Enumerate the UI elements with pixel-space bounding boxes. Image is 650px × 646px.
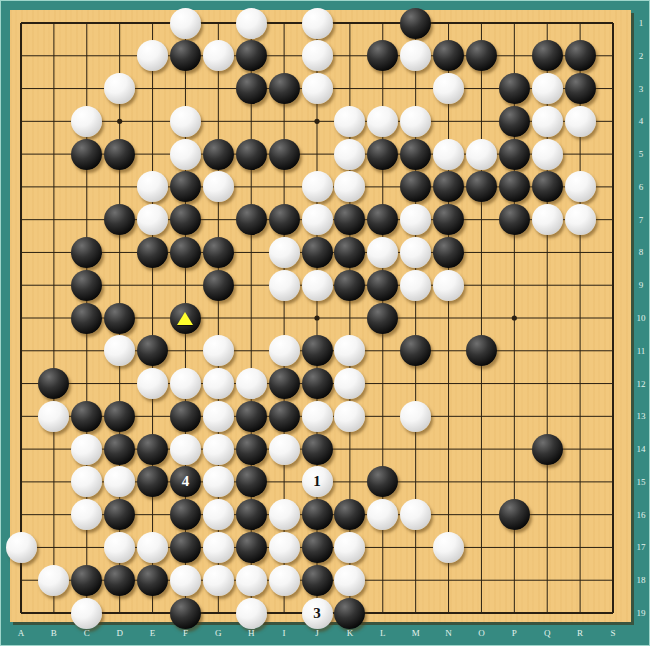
stone-white[interactable]: [532, 139, 563, 170]
stone-black[interactable]: [499, 106, 530, 137]
stone-white[interactable]: [203, 434, 234, 465]
stone-black[interactable]: [170, 40, 201, 71]
stone-black[interactable]: [302, 434, 333, 465]
col-label-D: D: [116, 629, 123, 638]
stone-black[interactable]: [269, 73, 300, 104]
stone-white[interactable]: [302, 73, 333, 104]
stone-white[interactable]: 3: [302, 598, 333, 629]
row-label-15: 15: [637, 477, 646, 486]
stone-white[interactable]: [565, 106, 596, 137]
stone-black[interactable]: [236, 434, 267, 465]
stone-black[interactable]: [302, 499, 333, 530]
stone-black[interactable]: [71, 401, 102, 432]
stone-black[interactable]: [499, 139, 530, 170]
stone-black[interactable]: [203, 237, 234, 268]
stone-white[interactable]: [203, 499, 234, 530]
col-label-C: C: [84, 629, 90, 638]
move-3-label: 3: [313, 606, 321, 621]
stone-black[interactable]: [302, 335, 333, 366]
stone-black[interactable]: [367, 139, 398, 170]
row-label-12: 12: [637, 379, 646, 388]
stone-white[interactable]: [565, 171, 596, 202]
row-label-11: 11: [637, 346, 646, 355]
stone-white[interactable]: [203, 401, 234, 432]
stone-black[interactable]: [104, 434, 135, 465]
stone-white[interactable]: [269, 270, 300, 301]
stone-black[interactable]: [565, 40, 596, 71]
stone-white[interactable]: [367, 106, 398, 137]
stone-white[interactable]: [302, 8, 333, 39]
stone-white[interactable]: [137, 532, 168, 563]
col-label-H: H: [248, 629, 255, 638]
stone-black[interactable]: [532, 171, 563, 202]
stone-white[interactable]: [433, 270, 464, 301]
col-label-F: F: [183, 629, 188, 638]
row-label-8: 8: [639, 248, 644, 257]
row-label-3: 3: [639, 84, 644, 93]
col-label-P: P: [512, 629, 517, 638]
stone-black[interactable]: [269, 401, 300, 432]
row-label-14: 14: [637, 445, 646, 454]
stone-black[interactable]: [236, 532, 267, 563]
row-label-13: 13: [637, 412, 646, 421]
stone-black[interactable]: [137, 565, 168, 596]
row-label-10: 10: [637, 314, 646, 323]
stone-black[interactable]: [302, 237, 333, 268]
stone-white[interactable]: [137, 368, 168, 399]
col-label-O: O: [478, 629, 485, 638]
stone-black[interactable]: [170, 598, 201, 629]
stone-white[interactable]: [203, 335, 234, 366]
col-label-B: B: [51, 629, 57, 638]
stone-white[interactable]: [334, 401, 365, 432]
stone-black[interactable]: [334, 598, 365, 629]
col-label-G: G: [215, 629, 222, 638]
stone-black[interactable]: [104, 303, 135, 334]
col-label-L: L: [380, 629, 386, 638]
stone-white[interactable]: [170, 106, 201, 137]
stone-white[interactable]: [269, 565, 300, 596]
col-label-M: M: [412, 629, 420, 638]
stone-black[interactable]: [170, 532, 201, 563]
stone-white[interactable]: [104, 73, 135, 104]
stone-white[interactable]: [400, 106, 431, 137]
col-label-E: E: [150, 629, 156, 638]
stone-black[interactable]: [532, 434, 563, 465]
stone-black[interactable]: [170, 401, 201, 432]
stone-white[interactable]: [71, 434, 102, 465]
col-label-A: A: [18, 629, 25, 638]
stone-white[interactable]: [269, 237, 300, 268]
stone-white[interactable]: [170, 434, 201, 465]
stone-black[interactable]: [236, 401, 267, 432]
stone-black[interactable]: [170, 499, 201, 530]
stone-black[interactable]: [400, 139, 431, 170]
stone-white[interactable]: [466, 139, 497, 170]
stone-white[interactable]: [302, 401, 333, 432]
row-label-16: 16: [637, 510, 646, 519]
stone-black[interactable]: [71, 303, 102, 334]
stone-white[interactable]: [400, 401, 431, 432]
stone-black[interactable]: [203, 139, 234, 170]
stone-black[interactable]: [532, 40, 563, 71]
stone-black[interactable]: [203, 270, 234, 301]
stone-white[interactable]: [367, 237, 398, 268]
stone-black[interactable]: [367, 303, 398, 334]
stone-black[interactable]: [170, 204, 201, 235]
move-1-label: 1: [313, 474, 321, 489]
move-4-label: 4: [182, 474, 190, 489]
stone-black[interactable]: [71, 237, 102, 268]
stone-white[interactable]: [532, 106, 563, 137]
stone-white[interactable]: [302, 40, 333, 71]
stone-white[interactable]: [203, 565, 234, 596]
stone-black[interactable]: [236, 466, 267, 497]
stone-white[interactable]: [334, 139, 365, 170]
stone-black[interactable]: [499, 73, 530, 104]
stone-white[interactable]: 1: [302, 466, 333, 497]
stone-white[interactable]: [236, 565, 267, 596]
stone-black[interactable]: [466, 335, 497, 366]
stone-white[interactable]: [203, 171, 234, 202]
stone-white[interactable]: [236, 598, 267, 629]
col-label-I: I: [283, 629, 286, 638]
row-label-4: 4: [639, 117, 644, 126]
stone-white[interactable]: [302, 204, 333, 235]
stone-white[interactable]: [269, 499, 300, 530]
stone-black[interactable]: [269, 139, 300, 170]
stone-black[interactable]: [104, 139, 135, 170]
stone-white[interactable]: [302, 270, 333, 301]
stone-white[interactable]: [400, 237, 431, 268]
stone-black[interactable]: [302, 368, 333, 399]
row-label-5: 5: [639, 150, 644, 159]
stone-white[interactable]: [532, 204, 563, 235]
col-label-Q: Q: [544, 629, 551, 638]
stone-white[interactable]: [269, 532, 300, 563]
col-label-J: J: [315, 629, 319, 638]
stone-black[interactable]: [334, 270, 365, 301]
stone-white[interactable]: [71, 106, 102, 137]
stone-white[interactable]: [203, 40, 234, 71]
stone-white[interactable]: [71, 598, 102, 629]
stone-black[interactable]: [400, 8, 431, 39]
stone-black[interactable]: [104, 565, 135, 596]
col-label-R: R: [577, 629, 583, 638]
go-app-frame: 413 ABCDEFGHIJKLMNOPQRS12345678910111213…: [0, 0, 650, 646]
stone-black[interactable]: [433, 237, 464, 268]
row-label-9: 9: [639, 281, 644, 290]
stone-white[interactable]: [38, 401, 69, 432]
stone-white[interactable]: [433, 73, 464, 104]
stone-white[interactable]: [170, 8, 201, 39]
stone-white[interactable]: [400, 270, 431, 301]
stone-white[interactable]: [203, 532, 234, 563]
stone-white[interactable]: [236, 8, 267, 39]
stone-black[interactable]: [236, 139, 267, 170]
stone-white[interactable]: [433, 139, 464, 170]
col-label-S: S: [610, 629, 615, 638]
row-label-18: 18: [637, 576, 646, 585]
stone-white[interactable]: [565, 204, 596, 235]
row-label-2: 2: [639, 51, 644, 60]
stone-black[interactable]: [71, 565, 102, 596]
stone-white[interactable]: [170, 368, 201, 399]
stone-white[interactable]: [104, 532, 135, 563]
stone-black[interactable]: [433, 204, 464, 235]
col-label-N: N: [445, 629, 452, 638]
go-board[interactable]: 413: [10, 10, 631, 622]
stone-black[interactable]: [302, 532, 333, 563]
row-label-6: 6: [639, 182, 644, 191]
row-label-7: 7: [639, 215, 644, 224]
stone-black[interactable]: [565, 73, 596, 104]
stone-white[interactable]: [38, 565, 69, 596]
stone-black[interactable]: [71, 139, 102, 170]
row-label-19: 19: [637, 609, 646, 618]
stone-black[interactable]: [170, 237, 201, 268]
stone-white[interactable]: [532, 73, 563, 104]
stone-black[interactable]: [499, 499, 530, 530]
stone-black[interactable]: [104, 401, 135, 432]
col-label-K: K: [347, 629, 354, 638]
triangle-marker: [177, 312, 193, 325]
stone-black[interactable]: [137, 434, 168, 465]
stone-black[interactable]: [302, 565, 333, 596]
stone-black[interactable]: [170, 303, 201, 334]
stone-black[interactable]: [269, 368, 300, 399]
stone-black[interactable]: [236, 499, 267, 530]
stone-black[interactable]: [367, 270, 398, 301]
stone-white[interactable]: [302, 171, 333, 202]
stone-black[interactable]: [499, 171, 530, 202]
stone-white[interactable]: [269, 434, 300, 465]
stone-black[interactable]: [71, 270, 102, 301]
stone-white[interactable]: [170, 565, 201, 596]
row-label-17: 17: [637, 543, 646, 552]
stone-white[interactable]: [236, 368, 267, 399]
stone-white[interactable]: [203, 368, 234, 399]
stone-white[interactable]: [433, 532, 464, 563]
stone-black[interactable]: [499, 204, 530, 235]
stone-white[interactable]: [334, 106, 365, 137]
stone-black[interactable]: [269, 204, 300, 235]
stone-white[interactable]: [170, 139, 201, 170]
stone-white[interactable]: [137, 204, 168, 235]
stone-white[interactable]: [334, 565, 365, 596]
stone-black[interactable]: [236, 73, 267, 104]
row-label-1: 1: [639, 19, 644, 28]
stone-white[interactable]: [6, 532, 37, 563]
stone-black[interactable]: [236, 40, 267, 71]
stone-black[interactable]: [236, 204, 267, 235]
stone-white[interactable]: [269, 335, 300, 366]
stone-black[interactable]: [137, 237, 168, 268]
stone-white[interactable]: [203, 466, 234, 497]
stone-black[interactable]: [466, 40, 497, 71]
